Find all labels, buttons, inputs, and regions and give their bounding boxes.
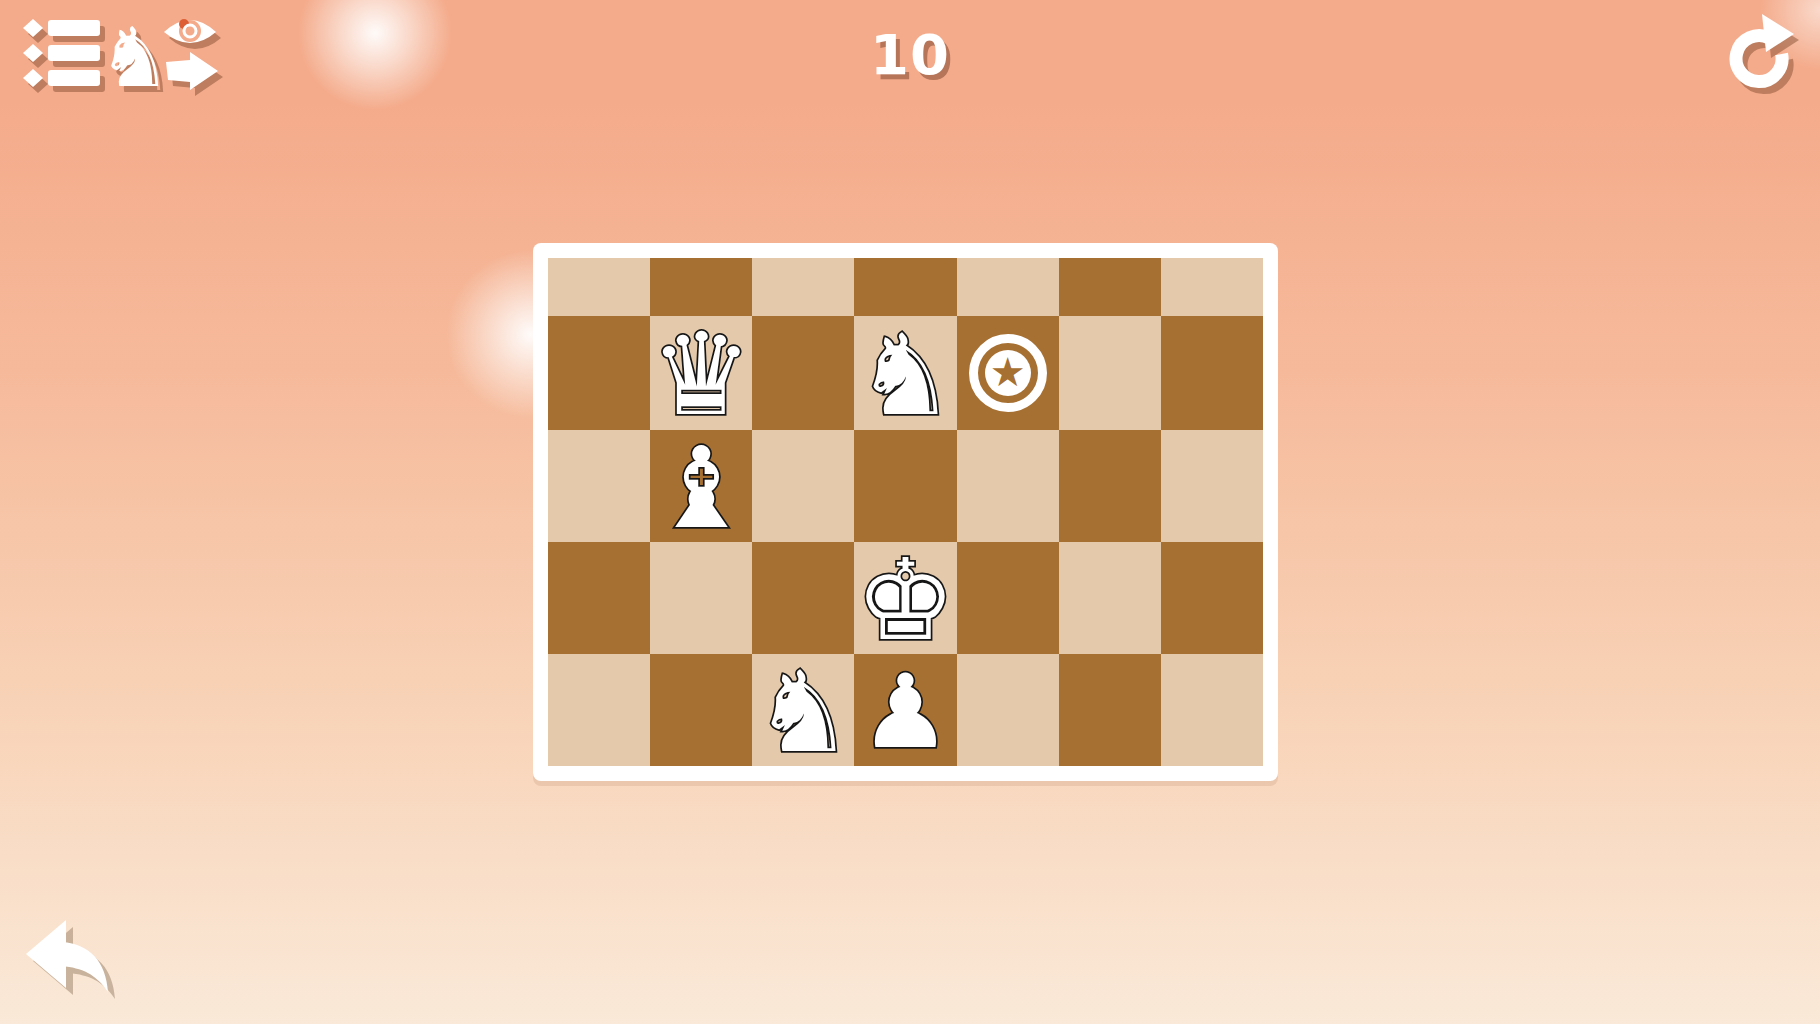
piece-white-knight[interactable]: ♞ bbox=[753, 656, 853, 768]
chess-board-frame: ♛♞★♝♚♞♟ bbox=[533, 243, 1278, 781]
square-r3c3[interactable]: ♚ bbox=[854, 542, 956, 654]
square-r4c3[interactable]: ♟ bbox=[854, 654, 956, 766]
square-r1c1[interactable]: ♛ bbox=[650, 316, 752, 430]
target-marker: ★ bbox=[969, 334, 1047, 412]
square-r3c2[interactable] bbox=[752, 542, 854, 654]
square-r3c0[interactable] bbox=[548, 542, 650, 654]
square-r2c4[interactable] bbox=[957, 430, 1059, 542]
square-r1c6[interactable] bbox=[1161, 316, 1263, 430]
square-r0c6[interactable] bbox=[1161, 258, 1263, 316]
back-icon bbox=[24, 916, 118, 1002]
piece-white-knight[interactable]: ♞ bbox=[855, 319, 955, 431]
square-r2c6[interactable] bbox=[1161, 430, 1263, 542]
chess-board[interactable]: ♛♞★♝♚♞♟ bbox=[548, 258, 1263, 766]
restart-icon bbox=[1720, 12, 1798, 94]
square-r4c1[interactable] bbox=[650, 654, 752, 766]
square-r4c4[interactable] bbox=[957, 654, 1059, 766]
piece-white-king[interactable]: ♚ bbox=[855, 544, 955, 656]
square-r3c4[interactable] bbox=[957, 542, 1059, 654]
piece-white-queen[interactable]: ♛ bbox=[650, 318, 752, 432]
target-star-icon: ★ bbox=[990, 352, 1026, 392]
square-r1c2[interactable] bbox=[752, 316, 854, 430]
back-button[interactable] bbox=[24, 916, 118, 1002]
square-r2c0[interactable] bbox=[548, 430, 650, 542]
square-r4c6[interactable] bbox=[1161, 654, 1263, 766]
target-marker-disc: ★ bbox=[985, 350, 1031, 396]
square-r1c5[interactable] bbox=[1059, 316, 1161, 430]
square-r2c1[interactable]: ♝ bbox=[650, 430, 752, 542]
piece-white-pawn[interactable]: ♟ bbox=[860, 661, 951, 763]
square-r3c1[interactable] bbox=[650, 542, 752, 654]
square-r0c5[interactable] bbox=[1059, 258, 1161, 316]
square-r0c2[interactable] bbox=[752, 258, 854, 316]
square-r3c6[interactable] bbox=[1161, 542, 1263, 654]
level-number: 10 bbox=[0, 22, 1820, 87]
restart-button[interactable] bbox=[1720, 12, 1798, 94]
square-r2c2[interactable] bbox=[752, 430, 854, 542]
square-r1c4[interactable]: ★ bbox=[957, 316, 1059, 430]
square-r0c3[interactable] bbox=[854, 258, 956, 316]
square-r2c3[interactable] bbox=[854, 430, 956, 542]
square-r4c5[interactable] bbox=[1059, 654, 1161, 766]
square-r3c5[interactable] bbox=[1059, 542, 1161, 654]
square-r0c4[interactable] bbox=[957, 258, 1059, 316]
square-r1c0[interactable] bbox=[548, 316, 650, 430]
square-r2c5[interactable] bbox=[1059, 430, 1161, 542]
square-r4c2[interactable]: ♞ bbox=[752, 654, 854, 766]
piece-white-bishop[interactable]: ♝ bbox=[651, 432, 751, 544]
square-r4c0[interactable] bbox=[548, 654, 650, 766]
square-r1c3[interactable]: ♞ bbox=[854, 316, 956, 430]
square-r0c0[interactable] bbox=[548, 258, 650, 316]
